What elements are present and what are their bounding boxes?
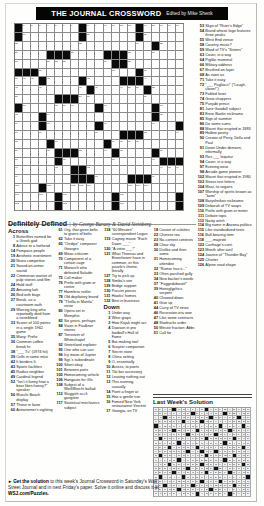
- grid-cell[interactable]: [23, 60, 31, 69]
- grid-cell[interactable]: [144, 51, 152, 60]
- grid-cell[interactable]: [63, 166, 71, 175]
- grid-cell[interactable]: [168, 42, 176, 51]
- grid-cell[interactable]: [31, 149, 39, 158]
- grid-cell[interactable]: 74: [176, 131, 184, 140]
- grid-cell[interactable]: [104, 33, 112, 42]
- grid-cell[interactable]: 79: [128, 140, 136, 149]
- grid-cell[interactable]: [176, 33, 184, 42]
- grid-cell[interactable]: 19: [23, 33, 31, 42]
- grid-cell[interactable]: [136, 60, 144, 69]
- grid-cell[interactable]: [160, 69, 168, 78]
- grid-cell[interactable]: [63, 86, 71, 95]
- grid-cell[interactable]: [55, 33, 63, 42]
- grid-cell[interactable]: 44: [144, 77, 152, 86]
- grid-cell[interactable]: [71, 122, 79, 131]
- grid-cell[interactable]: [152, 184, 160, 193]
- grid-cell[interactable]: [23, 51, 31, 60]
- grid-cell[interactable]: [136, 95, 144, 104]
- grid-cell[interactable]: 72: [95, 131, 103, 140]
- grid-cell[interactable]: [160, 51, 168, 60]
- grid-cell[interactable]: [95, 51, 103, 60]
- grid-cell[interactable]: 55: [87, 95, 95, 104]
- grid-cell[interactable]: [79, 131, 87, 140]
- grid-cell[interactable]: [128, 69, 136, 78]
- grid-cell[interactable]: [120, 122, 128, 131]
- grid-cell[interactable]: [95, 69, 103, 78]
- grid-cell[interactable]: [144, 140, 152, 149]
- grid-cell[interactable]: 11: [112, 24, 120, 33]
- grid-cell[interactable]: [31, 104, 39, 113]
- grid-cell[interactable]: [144, 158, 152, 167]
- grid-cell[interactable]: [136, 51, 144, 60]
- grid-cell[interactable]: 27: [71, 51, 79, 60]
- grid-cell[interactable]: 30: [15, 60, 23, 69]
- grid-cell[interactable]: 3: [39, 24, 47, 33]
- grid-cell[interactable]: [176, 77, 184, 86]
- grid-cell[interactable]: [79, 60, 87, 69]
- grid-cell[interactable]: [39, 140, 47, 149]
- grid-cell[interactable]: [31, 33, 39, 42]
- grid-cell[interactable]: [63, 77, 71, 86]
- grid-cell[interactable]: [128, 104, 136, 113]
- grid-cell[interactable]: [128, 33, 136, 42]
- grid-cell[interactable]: [120, 69, 128, 78]
- grid-cell[interactable]: 18: [176, 24, 184, 33]
- grid-cell[interactable]: 60: [71, 104, 79, 113]
- grid-cell[interactable]: [128, 158, 136, 167]
- grid-cell[interactable]: [23, 140, 31, 149]
- grid-cell[interactable]: [55, 86, 63, 95]
- grid-cell[interactable]: [112, 104, 120, 113]
- grid-cell[interactable]: 41: [31, 77, 39, 86]
- grid-cell[interactable]: [104, 202, 112, 211]
- grid-cell[interactable]: [23, 122, 31, 131]
- grid-cell[interactable]: [112, 77, 120, 86]
- grid-cell[interactable]: [152, 60, 160, 69]
- grid-cell[interactable]: [31, 184, 39, 193]
- grid-cell[interactable]: [87, 140, 95, 149]
- grid-cell[interactable]: 57: [23, 104, 31, 113]
- grid-cell[interactable]: 29: [152, 51, 160, 60]
- grid-cell[interactable]: 48: [95, 86, 103, 95]
- grid-cell[interactable]: [95, 184, 103, 193]
- grid-cell[interactable]: [23, 113, 31, 122]
- grid-cell[interactable]: [95, 113, 103, 122]
- grid-cell[interactable]: 80: [136, 140, 144, 149]
- grid-cell[interactable]: [104, 77, 112, 86]
- grid-cell[interactable]: 104: [87, 184, 95, 193]
- grid-cell[interactable]: [144, 42, 152, 51]
- grid-cell[interactable]: 101: [47, 184, 55, 193]
- grid-cell[interactable]: [55, 77, 63, 86]
- grid-cell[interactable]: [152, 193, 160, 202]
- grid-cell[interactable]: 82: [47, 149, 55, 158]
- grid-cell[interactable]: [136, 193, 144, 202]
- grid-cell[interactable]: [168, 77, 176, 86]
- grid-cell[interactable]: [168, 122, 176, 131]
- grid-cell[interactable]: 34: [104, 60, 112, 69]
- grid-cell[interactable]: 51: [136, 86, 144, 95]
- grid-cell[interactable]: 65: [160, 113, 168, 122]
- grid-cell[interactable]: [144, 193, 152, 202]
- grid-cell[interactable]: [95, 149, 103, 158]
- grid-cell[interactable]: [168, 140, 176, 149]
- grid-cell[interactable]: [39, 166, 47, 175]
- footer-site-link[interactable]: WSJ.com/Puzzles.: [8, 491, 49, 496]
- grid-cell[interactable]: [176, 104, 184, 113]
- grid-cell[interactable]: [176, 51, 184, 60]
- grid-cell[interactable]: [71, 193, 79, 202]
- grid-cell[interactable]: [63, 113, 71, 122]
- grid-cell[interactable]: 105: [128, 184, 136, 193]
- grid-cell[interactable]: [39, 33, 47, 42]
- grid-cell[interactable]: [87, 193, 95, 202]
- grid-cell[interactable]: 40: [23, 77, 31, 86]
- grid-cell[interactable]: [152, 33, 160, 42]
- grid-cell[interactable]: 95: [168, 166, 176, 175]
- grid-cell[interactable]: [144, 202, 152, 211]
- grid-cell[interactable]: [23, 158, 31, 167]
- grid-cell[interactable]: [160, 122, 168, 131]
- grid-cell[interactable]: 109: [39, 193, 47, 202]
- grid-cell[interactable]: 69: [152, 122, 160, 131]
- grid-cell[interactable]: 85: [120, 149, 128, 158]
- grid-cell[interactable]: [176, 140, 184, 149]
- grid-cell[interactable]: [128, 193, 136, 202]
- grid-cell[interactable]: [120, 158, 128, 167]
- grid-cell[interactable]: [71, 113, 79, 122]
- grid-cell[interactable]: [128, 95, 136, 104]
- grid-cell[interactable]: 112: [15, 202, 23, 211]
- grid-cell[interactable]: 86: [160, 149, 168, 158]
- grid-cell[interactable]: [104, 131, 112, 140]
- grid-cell[interactable]: [71, 60, 79, 69]
- grid-cell[interactable]: [112, 184, 120, 193]
- grid-cell[interactable]: [168, 51, 176, 60]
- grid-cell[interactable]: [120, 166, 128, 175]
- grid-cell[interactable]: [47, 193, 55, 202]
- grid-cell[interactable]: [168, 131, 176, 140]
- grid-cell[interactable]: [120, 33, 128, 42]
- grid-cell[interactable]: 9: [95, 24, 103, 33]
- grid-cell[interactable]: 53: [15, 95, 23, 104]
- grid-cell[interactable]: 92: [55, 166, 63, 175]
- grid-cell[interactable]: [31, 122, 39, 131]
- grid-cell[interactable]: 56: [144, 95, 152, 104]
- grid-cell[interactable]: [39, 158, 47, 167]
- grid-cell[interactable]: [104, 175, 112, 184]
- grid-cell[interactable]: [79, 193, 87, 202]
- grid-cell[interactable]: [136, 104, 144, 113]
- grid-cell[interactable]: [144, 166, 152, 175]
- grid-cell[interactable]: [104, 193, 112, 202]
- grid-cell[interactable]: [128, 202, 136, 211]
- grid-cell[interactable]: [87, 51, 95, 60]
- grid-cell[interactable]: [120, 104, 128, 113]
- grid-cell[interactable]: [144, 60, 152, 69]
- grid-cell[interactable]: [71, 131, 79, 140]
- grid-cell[interactable]: [47, 202, 55, 211]
- grid-cell[interactable]: [144, 149, 152, 158]
- grid-cell[interactable]: [39, 95, 47, 104]
- grid-cell[interactable]: [168, 33, 176, 42]
- grid-cell[interactable]: [112, 166, 120, 175]
- grid-cell[interactable]: [136, 202, 144, 211]
- grid-cell[interactable]: [160, 184, 168, 193]
- grid-cell[interactable]: [71, 202, 79, 211]
- grid-cell[interactable]: [160, 77, 168, 86]
- grid-cell[interactable]: [95, 42, 103, 51]
- grid-cell[interactable]: [23, 202, 31, 211]
- grid-cell[interactable]: 71: [39, 131, 47, 140]
- grid-cell[interactable]: [160, 131, 168, 140]
- grid-cell[interactable]: 24: [136, 42, 144, 51]
- grid-cell[interactable]: [31, 131, 39, 140]
- grid-cell[interactable]: [39, 149, 47, 158]
- grid-cell[interactable]: [176, 60, 184, 69]
- grid-cell[interactable]: [168, 149, 176, 158]
- grid-cell[interactable]: 35: [128, 60, 136, 69]
- grid-cell[interactable]: 37: [112, 69, 120, 78]
- grid-cell[interactable]: 88: [63, 158, 71, 167]
- grid-cell[interactable]: [168, 193, 176, 202]
- grid-cell[interactable]: 89: [112, 158, 120, 167]
- grid-cell[interactable]: [63, 131, 71, 140]
- grid-cell[interactable]: [112, 33, 120, 42]
- grid-cell[interactable]: [23, 175, 31, 184]
- grid-cell[interactable]: [39, 104, 47, 113]
- grid-cell[interactable]: [79, 51, 87, 60]
- grid-cell[interactable]: 61: [104, 104, 112, 113]
- grid-cell[interactable]: [176, 184, 184, 193]
- grid-cell[interactable]: [31, 113, 39, 122]
- grid-cell[interactable]: [176, 175, 184, 184]
- grid-cell[interactable]: [104, 158, 112, 167]
- grid-cell[interactable]: [128, 122, 136, 131]
- crossword-grid[interactable]: 1234567891011121314151617181920212223242…: [14, 23, 184, 211]
- grid-cell[interactable]: [176, 69, 184, 78]
- grid-cell[interactable]: [55, 69, 63, 78]
- grid-cell[interactable]: [87, 42, 95, 51]
- grid-cell[interactable]: [168, 86, 176, 95]
- grid-cell[interactable]: [120, 175, 128, 184]
- grid-cell[interactable]: [47, 86, 55, 95]
- grid-cell[interactable]: [63, 69, 71, 78]
- grid-cell[interactable]: [168, 113, 176, 122]
- grid-cell[interactable]: [104, 42, 112, 51]
- grid-cell[interactable]: [95, 33, 103, 42]
- grid-cell[interactable]: 49: [120, 86, 128, 95]
- grid-cell[interactable]: [55, 113, 63, 122]
- grid-cell[interactable]: 90: [152, 158, 160, 167]
- grid-cell[interactable]: [79, 122, 87, 131]
- grid-cell[interactable]: [136, 166, 144, 175]
- grid-cell[interactable]: [95, 202, 103, 211]
- grid-cell[interactable]: 12: [120, 24, 128, 33]
- grid-cell[interactable]: [160, 193, 168, 202]
- grid-cell[interactable]: 67: [47, 122, 55, 131]
- grid-cell[interactable]: [168, 60, 176, 69]
- grid-cell[interactable]: 77: [112, 140, 120, 149]
- grid-cell[interactable]: [120, 95, 128, 104]
- grid-cell[interactable]: [23, 184, 31, 193]
- grid-cell[interactable]: [47, 42, 55, 51]
- grid-cell[interactable]: 46: [39, 86, 47, 95]
- grid-cell[interactable]: 25: [160, 42, 168, 51]
- grid-cell[interactable]: [55, 42, 63, 51]
- grid-cell[interactable]: [104, 166, 112, 175]
- grid-cell[interactable]: [112, 113, 120, 122]
- grid-cell[interactable]: 107: [144, 184, 152, 193]
- grid-cell[interactable]: [176, 86, 184, 95]
- grid-cell[interactable]: [95, 95, 103, 104]
- grid-cell[interactable]: [120, 113, 128, 122]
- grid-cell[interactable]: [168, 95, 176, 104]
- grid-cell[interactable]: [79, 202, 87, 211]
- grid-cell[interactable]: 50: [128, 86, 136, 95]
- grid-cell[interactable]: [87, 202, 95, 211]
- grid-cell[interactable]: [87, 104, 95, 113]
- grid-cell[interactable]: [23, 166, 31, 175]
- grid-cell[interactable]: [136, 122, 144, 131]
- grid-cell[interactable]: [168, 104, 176, 113]
- grid-cell[interactable]: [152, 69, 160, 78]
- grid-cell[interactable]: [112, 175, 120, 184]
- grid-cell[interactable]: [95, 60, 103, 69]
- grid-cell[interactable]: 13: [128, 24, 136, 33]
- grid-cell[interactable]: [152, 95, 160, 104]
- grid-cell[interactable]: 76: [55, 140, 63, 149]
- grid-cell[interactable]: 23: [79, 42, 87, 51]
- grid-cell[interactable]: 52: [152, 86, 160, 95]
- grid-cell[interactable]: [71, 158, 79, 167]
- grid-cell[interactable]: [39, 51, 47, 60]
- grid-cell[interactable]: [168, 175, 176, 184]
- grid-cell[interactable]: [47, 33, 55, 42]
- grid-cell[interactable]: [31, 193, 39, 202]
- grid-cell[interactable]: 114: [120, 202, 128, 211]
- grid-cell[interactable]: [23, 131, 31, 140]
- grid-cell[interactable]: [168, 69, 176, 78]
- grid-cell[interactable]: [31, 51, 39, 60]
- grid-cell[interactable]: 96: [176, 166, 184, 175]
- grid-cell[interactable]: [39, 60, 47, 69]
- grid-cell[interactable]: [55, 122, 63, 131]
- grid-cell[interactable]: 33: [63, 60, 71, 69]
- grid-cell[interactable]: 73: [144, 131, 152, 140]
- grid-cell[interactable]: [112, 86, 120, 95]
- grid-cell[interactable]: [79, 113, 87, 122]
- grid-cell[interactable]: [152, 202, 160, 211]
- grid-cell[interactable]: [95, 140, 103, 149]
- grid-cell[interactable]: [23, 86, 31, 95]
- grid-cell[interactable]: [63, 122, 71, 131]
- grid-cell[interactable]: [39, 42, 47, 51]
- grid-cell[interactable]: [31, 86, 39, 95]
- grid-cell[interactable]: [71, 69, 79, 78]
- grid-cell[interactable]: 15: [152, 24, 160, 33]
- grid-cell[interactable]: [112, 122, 120, 131]
- grid-cell[interactable]: [104, 69, 112, 78]
- grid-cell[interactable]: 7: [71, 24, 79, 33]
- grid-cell[interactable]: [87, 60, 95, 69]
- grid-cell[interactable]: [63, 33, 71, 42]
- grid-cell[interactable]: [23, 149, 31, 158]
- grid-cell[interactable]: 83: [79, 149, 87, 158]
- grid-cell[interactable]: [63, 140, 71, 149]
- grid-cell[interactable]: [128, 166, 136, 175]
- grid-cell[interactable]: 16: [160, 24, 168, 33]
- grid-cell[interactable]: [39, 175, 47, 184]
- grid-cell[interactable]: [136, 113, 144, 122]
- grid-cell[interactable]: [31, 175, 39, 184]
- grid-cell[interactable]: [152, 131, 160, 140]
- grid-cell[interactable]: [112, 42, 120, 51]
- grid-cell[interactable]: [136, 158, 144, 167]
- grid-cell[interactable]: [120, 42, 128, 51]
- grid-cell[interactable]: [31, 60, 39, 69]
- grid-cell[interactable]: 42: [47, 77, 55, 86]
- grid-cell[interactable]: [136, 149, 144, 158]
- grid-cell[interactable]: [31, 140, 39, 149]
- grid-cell[interactable]: [144, 113, 152, 122]
- grid-cell[interactable]: [128, 149, 136, 158]
- grid-cell[interactable]: 99: [152, 175, 160, 184]
- grid-cell[interactable]: 36: [39, 69, 47, 78]
- grid-cell[interactable]: [160, 60, 168, 69]
- grid-cell[interactable]: [168, 184, 176, 193]
- grid-cell[interactable]: [79, 104, 87, 113]
- grid-cell[interactable]: [31, 158, 39, 167]
- grid-cell[interactable]: [39, 202, 47, 211]
- grid-cell[interactable]: [144, 104, 152, 113]
- grid-cell[interactable]: 20: [87, 33, 95, 42]
- grid-cell[interactable]: 10: [104, 24, 112, 33]
- grid-cell[interactable]: [112, 95, 120, 104]
- grid-cell[interactable]: [31, 42, 39, 51]
- grid-cell[interactable]: [176, 42, 184, 51]
- grid-cell[interactable]: [95, 158, 103, 167]
- grid-cell[interactable]: [87, 149, 95, 158]
- grid-cell[interactable]: 94: [160, 166, 168, 175]
- grid-cell[interactable]: [23, 42, 31, 51]
- grid-cell[interactable]: [104, 184, 112, 193]
- grid-cell[interactable]: 21: [144, 33, 152, 42]
- grid-cell[interactable]: [128, 113, 136, 122]
- grid-cell[interactable]: 113: [63, 202, 71, 211]
- grid-cell[interactable]: [152, 140, 160, 149]
- grid-cell[interactable]: 68: [104, 122, 112, 131]
- grid-cell[interactable]: [55, 175, 63, 184]
- grid-cell[interactable]: [160, 86, 168, 95]
- grid-cell[interactable]: [87, 113, 95, 122]
- grid-cell[interactable]: 98: [95, 175, 103, 184]
- grid-cell[interactable]: [104, 86, 112, 95]
- grid-cell[interactable]: [31, 95, 39, 104]
- grid-cell[interactable]: 17: [168, 24, 176, 33]
- grid-cell[interactable]: [176, 149, 184, 158]
- grid-cell[interactable]: [176, 95, 184, 104]
- grid-cell[interactable]: 2: [31, 24, 39, 33]
- grid-cell[interactable]: [160, 175, 168, 184]
- grid-cell[interactable]: [23, 193, 31, 202]
- grid-cell[interactable]: [160, 202, 168, 211]
- grid-cell[interactable]: [176, 113, 184, 122]
- grid-cell[interactable]: [95, 193, 103, 202]
- grid-cell[interactable]: [31, 166, 39, 175]
- grid-cell[interactable]: [31, 202, 39, 211]
- grid-cell[interactable]: [168, 202, 176, 211]
